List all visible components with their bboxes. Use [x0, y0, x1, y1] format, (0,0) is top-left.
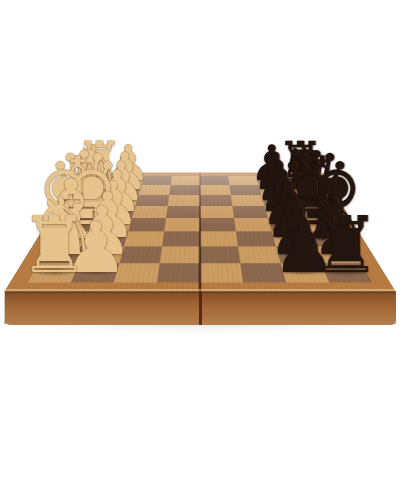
product-photo: ♜♞♝♛♚♝♞♜♟♟♟♟♟♟♟♟♟♟♟♟♟♟♟♟♜♞♝♛♚♝♞♜ [0, 0, 400, 480]
pieces-layer: ♜♞♝♛♚♝♞♜♟♟♟♟♟♟♟♟♟♟♟♟♟♟♟♟♜♞♝♛♚♝♞♜ [0, 0, 400, 480]
piece-white-rook[interactable]: ♜ [19, 206, 89, 284]
piece-black-pawn[interactable]: ♟ [272, 212, 336, 283]
